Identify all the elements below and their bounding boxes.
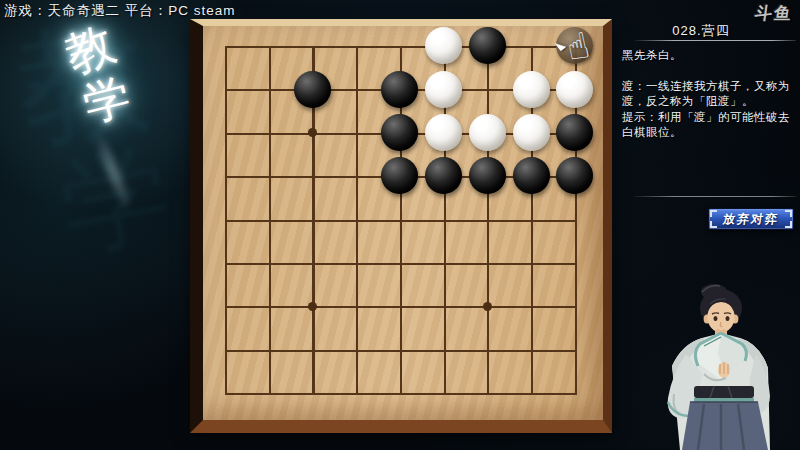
npc-character-illustration <box>644 282 796 450</box>
corner-ornament <box>710 210 717 217</box>
puzzle-description: 黑先杀白。 渡：一线连接我方棋子，又称为渡，反之称为「阻渡」。 提示：利用「渡」… <box>622 48 800 141</box>
title-divider <box>634 40 796 41</box>
black-stone-r3c5 <box>381 114 418 151</box>
puzzle-explanation: 渡：一线连接我方棋子，又称为渡，反之称为「阻渡」。 <box>622 79 800 110</box>
teaching-badge-char-xue: 学 <box>77 65 137 136</box>
black-stone-r4c8 <box>513 157 550 194</box>
star-point <box>483 302 492 311</box>
hand-cursor-icon: ☝ <box>564 27 593 67</box>
corner-ornament <box>785 210 792 217</box>
white-stone-r2c6 <box>425 71 462 108</box>
star-point <box>308 302 317 311</box>
black-stone-r1c7 <box>469 27 506 64</box>
board-intersections-grid[interactable]: ☝ <box>203 24 597 415</box>
white-stone-r2c9 <box>556 71 593 108</box>
black-stone-r4c9 <box>556 157 593 194</box>
giveup-button[interactable]: 放弃对弈 <box>708 208 794 230</box>
white-stone-r3c7 <box>469 114 506 151</box>
puzzle-hint: 提示：利用「渡」的可能性破去白棋眼位。 <box>622 110 800 141</box>
giveup-button-label: 放弃对弈 <box>722 211 780 228</box>
button-divider <box>634 196 796 197</box>
corner-ornament <box>785 221 792 228</box>
star-point <box>308 128 317 137</box>
corner-ornament <box>710 221 717 228</box>
background-calligraphy-xue: 学 <box>49 119 183 283</box>
tutorial-panel: 斗鱼 028.营四 黑先杀白。 渡：一线连接我方棋子，又称为渡，反之称为「阻渡」… <box>612 0 800 450</box>
glow-wisp <box>89 128 138 214</box>
black-stone-r4c6 <box>425 157 462 194</box>
black-stone-r2c3 <box>294 71 331 108</box>
go-board[interactable]: ☝ <box>190 19 612 433</box>
black-stone-r4c5 <box>381 157 418 194</box>
puzzle-objective: 黑先杀白。 <box>622 48 800 64</box>
black-stone-r4c7 <box>469 157 506 194</box>
stream-caption: 游戏：天命奇遇二 平台：PC steam <box>4 2 236 20</box>
black-stone-r3c9 <box>556 114 593 151</box>
stream-frame: 教 学 游戏：天命奇遇二 平台：PC steam 教 学 ☝ 斗鱼 028.营四… <box>0 0 800 450</box>
teaching-badge-char-jiao: 教 <box>57 12 124 89</box>
white-stone-r1c6 <box>425 27 462 64</box>
background-calligraphy-jiao: 教 <box>6 0 159 180</box>
puzzle-title: 028.营四 <box>612 22 790 40</box>
white-stone-r3c8 <box>513 114 550 151</box>
white-stone-r3c6 <box>425 114 462 151</box>
white-stone-r2c8 <box>513 71 550 108</box>
ghost-stone-preview[interactable]: ☝ <box>556 27 593 64</box>
black-stone-r2c5 <box>381 71 418 108</box>
